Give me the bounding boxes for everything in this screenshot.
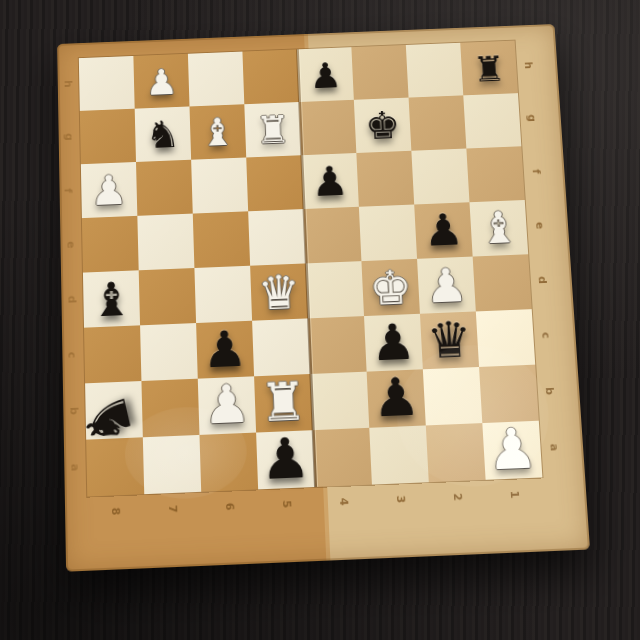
square-a7[interactable]: 7	[143, 435, 201, 494]
square-b6[interactable]: ♟	[198, 376, 256, 435]
square-f4[interactable]: ♟	[301, 153, 359, 209]
square-g6[interactable]: ♝	[190, 104, 247, 159]
white-pawn[interactable]: ♟	[90, 170, 128, 212]
square-h4[interactable]: ♟	[297, 47, 354, 102]
square-d7[interactable]	[139, 268, 196, 325]
square-f7[interactable]	[136, 160, 193, 216]
square-a4[interactable]: 4	[313, 428, 372, 487]
square-f3[interactable]	[356, 151, 414, 207]
rank-label-6: 6	[222, 499, 236, 514]
black-pawn[interactable]: ♟	[308, 58, 342, 94]
square-g7[interactable]: ♞	[135, 106, 191, 162]
square-a3[interactable]: 3	[369, 425, 429, 484]
square-g3[interactable]: ♚	[354, 98, 412, 153]
file-label-left-e: e	[63, 241, 77, 249]
rank-label-1: 1	[507, 487, 521, 502]
square-c7[interactable]	[140, 323, 198, 381]
square-c6[interactable]: ♟	[196, 321, 254, 379]
file-label-left-f: f	[61, 188, 75, 193]
square-g2[interactable]	[409, 95, 467, 150]
rank-label-4: 4	[336, 494, 350, 509]
white-pawn[interactable]: ♟	[424, 262, 469, 310]
white-pawn[interactable]: ♟	[486, 421, 539, 479]
square-c3[interactable]: ♟	[364, 314, 423, 372]
black-king[interactable]: ♚	[364, 107, 401, 146]
square-e4[interactable]	[304, 207, 362, 264]
square-f2[interactable]	[411, 149, 469, 205]
square-e5[interactable]	[248, 209, 306, 266]
square-f6[interactable]	[191, 157, 248, 213]
black-knight[interactable]: ♞	[145, 116, 181, 155]
file-label-left-c: c	[65, 351, 79, 358]
square-g5[interactable]: ♜	[244, 102, 301, 157]
black-pawn[interactable]: ♟	[311, 161, 350, 203]
square-c1[interactable]: c	[476, 309, 535, 367]
table-surface: h♟♟♜hg♞♝♜♚g♟f♟fe♟♝e♝d♛♚♟dc♟♟♛c♞b♟♜♟b8a76…	[0, 0, 640, 640]
square-h8[interactable]: h	[79, 56, 135, 111]
chess-board[interactable]: h♟♟♜hg♞♝♜♚g♟f♟fe♟♝e♝d♛♚♟dc♟♟♛c♞b♟♜♟b8a76…	[79, 41, 543, 497]
file-label-right-h: h	[521, 61, 535, 69]
file-label-left-a: a	[67, 463, 81, 471]
square-h2[interactable]	[406, 43, 463, 98]
square-f1[interactable]: f	[466, 146, 524, 202]
black-queen[interactable]: ♛	[426, 315, 474, 366]
file-label-right-g: g	[524, 114, 538, 122]
rank-label-8: 8	[108, 504, 122, 519]
file-label-right-d: d	[535, 276, 549, 284]
rank-label-7: 7	[165, 501, 179, 516]
square-d2[interactable]: ♟	[417, 257, 476, 314]
rank-label-5: 5	[279, 497, 293, 512]
white-king[interactable]: ♚	[368, 264, 413, 312]
white-queen[interactable]: ♛	[257, 269, 301, 317]
square-b1[interactable]: b	[479, 365, 539, 423]
black-pawn[interactable]: ♟	[371, 371, 421, 426]
white-pawn[interactable]: ♟	[145, 65, 178, 101]
square-g8[interactable]: g	[80, 109, 136, 165]
square-g4[interactable]	[299, 100, 356, 155]
square-d6[interactable]	[194, 266, 252, 323]
black-pawn[interactable]: ♟	[370, 317, 417, 368]
square-a6[interactable]: 6	[199, 433, 258, 492]
square-d5[interactable]: ♛	[250, 263, 308, 320]
black-pawn[interactable]: ♟	[202, 324, 249, 376]
file-label-right-c: c	[539, 332, 553, 339]
square-b2[interactable]	[423, 367, 482, 425]
square-e7[interactable]	[137, 214, 194, 271]
file-label-left-h: h	[61, 80, 75, 88]
square-a2[interactable]: 2	[426, 423, 486, 482]
square-c5[interactable]	[252, 318, 310, 376]
square-b7[interactable]	[141, 379, 199, 438]
white-bishop[interactable]: ♝	[478, 207, 520, 252]
file-label-right-b: b	[542, 387, 557, 395]
square-f8[interactable]: ♟f	[81, 162, 137, 218]
square-e2[interactable]: ♟	[414, 202, 472, 259]
chess-board-wrap: h♟♟♜hg♞♝♜♚g♟f♟fe♟♝e♝d♛♚♟dc♟♟♛c♞b♟♜♟b8a76…	[57, 24, 590, 572]
square-f5[interactable]	[246, 155, 303, 211]
chess-board-frame: h♟♟♜hg♞♝♜♚g♟f♟fe♟♝e♝d♛♚♟dc♟♟♛c♞b♟♜♟b8a76…	[57, 24, 590, 572]
rank-label-2: 2	[450, 489, 464, 504]
file-label-right-a: a	[546, 443, 561, 451]
white-rook[interactable]: ♜	[255, 111, 291, 150]
square-h6[interactable]	[188, 52, 244, 107]
black-pawn[interactable]: ♟	[259, 431, 311, 489]
square-a1[interactable]: ♟1a	[482, 421, 542, 480]
file-label-right-e: e	[531, 222, 545, 230]
square-h7[interactable]: ♟	[133, 54, 189, 109]
square-e8[interactable]: e	[82, 216, 139, 273]
square-h1[interactable]: ♜h	[460, 41, 518, 96]
square-h5[interactable]	[242, 49, 299, 104]
square-b5[interactable]: ♜	[254, 374, 313, 433]
square-b3[interactable]: ♟	[367, 369, 426, 428]
rank-label-3: 3	[393, 492, 407, 507]
square-a5[interactable]: ♟5	[256, 430, 315, 489]
square-c4[interactable]	[308, 316, 367, 374]
square-d3[interactable]: ♚	[361, 259, 420, 316]
square-e3[interactable]	[359, 205, 417, 262]
black-rook[interactable]: ♜	[472, 51, 506, 87]
file-label-left-d: d	[64, 295, 78, 303]
black-pawn[interactable]: ♟	[422, 209, 464, 254]
square-b8[interactable]: ♞b	[85, 381, 143, 440]
square-d1[interactable]: d	[473, 254, 532, 311]
square-e1[interactable]: ♝e	[469, 200, 528, 257]
square-e6[interactable]	[193, 211, 250, 268]
file-label-left-g: g	[62, 133, 76, 141]
black-bishop[interactable]: ♝	[90, 275, 133, 323]
square-d8[interactable]: ♝d	[83, 270, 140, 327]
white-bishop[interactable]: ♝	[200, 114, 236, 153]
square-h3[interactable]	[351, 45, 408, 100]
square-c2[interactable]: ♛	[420, 311, 479, 369]
square-d4[interactable]	[306, 261, 364, 318]
file-label-right-f: f	[529, 169, 543, 174]
square-b4[interactable]	[310, 372, 369, 431]
white-rook[interactable]: ♜	[259, 376, 309, 431]
square-g1[interactable]: g	[463, 93, 521, 148]
square-c8[interactable]: c	[84, 325, 141, 383]
white-pawn[interactable]: ♟	[202, 378, 251, 433]
